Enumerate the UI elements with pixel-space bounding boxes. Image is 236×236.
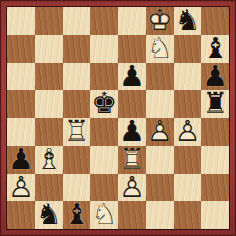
square-g3[interactable]	[174, 146, 202, 174]
square-b6[interactable]	[35, 63, 63, 91]
square-a2[interactable]: ♟♙	[7, 174, 35, 202]
square-b3[interactable]: ♝♗	[35, 146, 63, 174]
piece-fill-glyph: ♝	[63, 201, 91, 229]
square-a8[interactable]	[7, 7, 35, 35]
piece-outline-glyph: ♗	[35, 146, 63, 174]
piece-outline-glyph: ♘	[90, 201, 118, 229]
black-knight[interactable]: ♞	[35, 201, 63, 229]
piece-outline-glyph: ♖	[63, 118, 91, 146]
black-bishop[interactable]: ♝	[63, 201, 91, 229]
white-pawn[interactable]: ♟♙	[174, 118, 202, 146]
black-knight[interactable]: ♞	[174, 7, 202, 35]
square-g6[interactable]	[174, 63, 202, 91]
square-e2[interactable]: ♟♙	[118, 174, 146, 202]
piece-outline-glyph: ♙	[118, 174, 146, 202]
square-e6[interactable]: ♟	[118, 63, 146, 91]
piece-outline-glyph: ♘	[146, 35, 174, 63]
square-h1[interactable]	[201, 201, 229, 229]
piece-fill-glyph: ♜	[201, 90, 229, 118]
square-g7[interactable]	[174, 35, 202, 63]
square-g8[interactable]: ♞	[174, 7, 202, 35]
square-g1[interactable]	[174, 201, 202, 229]
black-rook[interactable]: ♜	[201, 90, 229, 118]
white-knight[interactable]: ♞♘	[90, 201, 118, 229]
square-c3[interactable]	[63, 146, 91, 174]
square-e8[interactable]	[118, 7, 146, 35]
square-f6[interactable]	[146, 63, 174, 91]
square-d5[interactable]: ♚	[90, 90, 118, 118]
square-a1[interactable]	[7, 201, 35, 229]
white-knight[interactable]: ♞♘	[146, 35, 174, 63]
square-b7[interactable]	[35, 35, 63, 63]
square-h3[interactable]	[201, 146, 229, 174]
square-a7[interactable]	[7, 35, 35, 63]
white-rook[interactable]: ♜♖	[63, 118, 91, 146]
piece-fill-glyph: ♞	[174, 7, 202, 35]
square-c8[interactable]	[63, 7, 91, 35]
square-f2[interactable]	[146, 174, 174, 202]
square-h4[interactable]	[201, 118, 229, 146]
square-d1[interactable]: ♞♘	[90, 201, 118, 229]
black-pawn[interactable]: ♟	[118, 63, 146, 91]
square-d7[interactable]	[90, 35, 118, 63]
square-f4[interactable]: ♟♙	[146, 118, 174, 146]
square-h2[interactable]	[201, 174, 229, 202]
square-d3[interactable]	[90, 146, 118, 174]
square-a5[interactable]	[7, 90, 35, 118]
square-c6[interactable]	[63, 63, 91, 91]
white-bishop[interactable]: ♝♗	[35, 146, 63, 174]
piece-outline-glyph: ♙	[7, 174, 35, 202]
square-f3[interactable]	[146, 146, 174, 174]
piece-outline-glyph: ♙	[146, 118, 174, 146]
piece-fill-glyph: ♟	[118, 63, 146, 91]
square-g2[interactable]	[174, 174, 202, 202]
square-g4[interactable]: ♟♙	[174, 118, 202, 146]
square-h5[interactable]: ♜	[201, 90, 229, 118]
chess-board: ♚♔♞♞♘♝♟♟♚♜♜♖♟♟♙♟♙♟♝♗♜♖♟♙♟♙♞♝♞♘	[7, 7, 229, 229]
square-b1[interactable]: ♞	[35, 201, 63, 229]
square-b8[interactable]	[35, 7, 63, 35]
square-a6[interactable]	[7, 63, 35, 91]
black-king[interactable]: ♚	[90, 90, 118, 118]
piece-fill-glyph: ♚	[90, 90, 118, 118]
square-c4[interactable]: ♜♖	[63, 118, 91, 146]
square-c1[interactable]: ♝	[63, 201, 91, 229]
square-d4[interactable]	[90, 118, 118, 146]
square-f7[interactable]: ♞♘	[146, 35, 174, 63]
square-f1[interactable]	[146, 201, 174, 229]
square-c7[interactable]	[63, 35, 91, 63]
square-d8[interactable]	[90, 7, 118, 35]
board-frame: ♚♔♞♞♘♝♟♟♚♜♜♖♟♟♙♟♙♟♝♗♜♖♟♙♟♙♞♝♞♘	[0, 0, 236, 236]
white-pawn[interactable]: ♟♙	[7, 174, 35, 202]
piece-fill-glyph: ♞	[35, 201, 63, 229]
square-e1[interactable]	[118, 201, 146, 229]
square-b5[interactable]	[35, 90, 63, 118]
piece-outline-glyph: ♙	[174, 118, 202, 146]
white-pawn[interactable]: ♟♙	[118, 174, 146, 202]
white-pawn[interactable]: ♟♙	[146, 118, 174, 146]
